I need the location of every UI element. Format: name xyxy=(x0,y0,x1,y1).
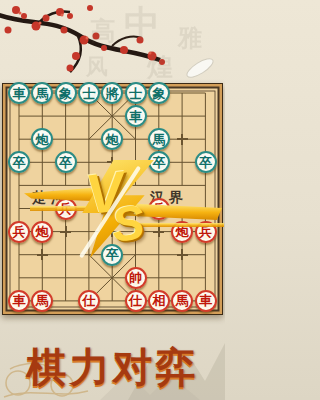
piece-black-馬[interactable]: 馬 xyxy=(148,128,170,150)
piece-black-車[interactable]: 車 xyxy=(8,82,30,104)
piece-black-炮[interactable]: 炮 xyxy=(31,128,53,150)
piece-red-車[interactable]: 車 xyxy=(195,290,217,312)
background-calligraphy: 雅 xyxy=(178,22,202,54)
point-marker xyxy=(177,134,188,145)
piece-black-卒[interactable]: 卒 xyxy=(195,151,217,173)
piece-black-馬[interactable]: 馬 xyxy=(31,82,53,104)
background-calligraphy: 煌 xyxy=(147,50,173,85)
piece-red-兵[interactable]: 兵 xyxy=(8,221,30,243)
point-marker xyxy=(107,157,118,168)
piece-black-卒[interactable]: 卒 xyxy=(148,151,170,173)
piece-black-卒[interactable]: 卒 xyxy=(101,244,123,266)
piece-red-相[interactable]: 相 xyxy=(148,290,170,312)
piece-red-馬[interactable]: 馬 xyxy=(31,290,53,312)
point-marker xyxy=(37,249,48,260)
app-title-banner: 棋力对弈 xyxy=(0,340,225,395)
xiangqi-board[interactable]: 楚河 汉界 車馬象士將士象車炮炮馬卒卒卒卒卒兵兵兵炮炮兵帥車馬仕仕相馬車 xyxy=(2,83,223,315)
point-marker xyxy=(153,226,164,237)
piece-black-象[interactable]: 象 xyxy=(55,82,77,104)
piece-red-車[interactable]: 車 xyxy=(8,290,30,312)
background-calligraphy: 中 xyxy=(124,0,160,49)
piece-red-兵[interactable]: 兵 xyxy=(148,198,170,220)
piece-black-象[interactable]: 象 xyxy=(148,82,170,104)
piece-black-將[interactable]: 將 xyxy=(101,82,123,104)
piece-red-兵[interactable]: 兵 xyxy=(195,221,217,243)
piece-red-炮[interactable]: 炮 xyxy=(171,221,193,243)
piece-black-炮[interactable]: 炮 xyxy=(101,128,123,150)
piece-black-卒[interactable]: 卒 xyxy=(8,151,30,173)
background-calligraphy: 高 xyxy=(90,14,116,49)
point-marker xyxy=(107,226,118,237)
piece-red-帥[interactable]: 帥 xyxy=(125,267,147,289)
piece-red-炮[interactable]: 炮 xyxy=(31,221,53,243)
piece-black-車[interactable]: 車 xyxy=(125,105,147,127)
piece-black-士[interactable]: 士 xyxy=(125,82,147,104)
background-calligraphy: 风 xyxy=(86,52,108,82)
point-marker xyxy=(177,249,188,260)
piece-red-仕[interactable]: 仕 xyxy=(78,290,100,312)
piece-red-兵[interactable]: 兵 xyxy=(55,198,77,220)
point-marker xyxy=(60,226,71,237)
piece-black-卒[interactable]: 卒 xyxy=(55,151,77,173)
piece-red-仕[interactable]: 仕 xyxy=(125,290,147,312)
piece-black-士[interactable]: 士 xyxy=(78,82,100,104)
piece-red-馬[interactable]: 馬 xyxy=(171,290,193,312)
feather-art xyxy=(184,55,215,80)
